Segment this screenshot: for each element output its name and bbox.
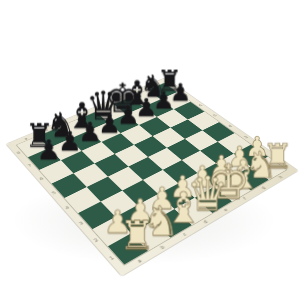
board-grid: ♜♞♝♛♚♝♞♜♟♟♟♟♟♟♟♟♟♟♟♟♟♟♟♟♜♞♝♛♚♝♞♜ bbox=[17, 83, 286, 265]
vinyl-board-border: abcdefgh abcdefgh 87654321 87654321 ♜♞♝♛… bbox=[6, 78, 297, 276]
chess-board: abcdefgh abcdefgh 87654321 87654321 ♜♞♝♛… bbox=[6, 78, 297, 276]
perspective-scene: abcdefgh abcdefgh 87654321 87654321 ♜♞♝♛… bbox=[0, 0, 300, 300]
square-h2: ♟ bbox=[234, 145, 268, 167]
white-rook: ♜ bbox=[262, 140, 287, 172]
product-photo-stage: abcdefgh abcdefgh 87654321 87654321 ♜♞♝♛… bbox=[0, 0, 300, 300]
